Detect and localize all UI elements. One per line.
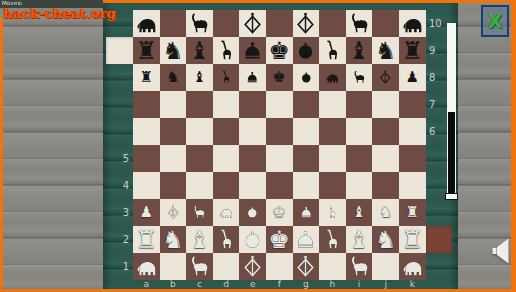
piece-white-elephant <box>401 255 424 278</box>
piece-white-pawn-of-elephants <box>219 205 234 220</box>
speaker-icon <box>492 238 512 264</box>
square-h2[interactable] <box>319 226 346 253</box>
square-f2[interactable]: ♚ <box>266 226 293 253</box>
square-j9[interactable]: ♞ <box>372 37 399 64</box>
square-h8[interactable] <box>319 64 346 91</box>
square-d5[interactable] <box>213 145 240 172</box>
square-a1[interactable] <box>133 253 160 280</box>
square-b1[interactable] <box>160 253 187 280</box>
square-g6[interactable] <box>293 118 320 145</box>
square-a3[interactable]: ♟ <box>133 199 160 226</box>
square-c3[interactable] <box>186 199 213 226</box>
square-k8[interactable]: ♟ <box>399 64 426 91</box>
square-i5[interactable] <box>346 145 373 172</box>
square-c4[interactable] <box>186 172 213 199</box>
square-e10[interactable] <box>239 10 266 37</box>
square-j8[interactable] <box>372 64 399 91</box>
square-e2[interactable] <box>239 226 266 253</box>
piece-white-war-engine <box>241 255 264 278</box>
piece-black-pawn-of-wazirs <box>245 70 260 85</box>
square-k3[interactable]: ♜ <box>399 199 426 226</box>
square-f6[interactable] <box>266 118 293 145</box>
piece-white-pawn-of-giraffes <box>325 205 340 220</box>
square-a6[interactable] <box>133 118 160 145</box>
scrollbar-endcap[interactable] <box>445 193 458 200</box>
square-e6[interactable] <box>239 118 266 145</box>
rank-label-left-1: 1 <box>100 253 129 280</box>
square-e8[interactable] <box>239 64 266 91</box>
square-b7[interactable] <box>160 91 187 118</box>
citadel-right-k2[interactable] <box>426 226 453 253</box>
piece-black-war-engine <box>241 12 264 35</box>
rank-label-left-3: 3 <box>100 199 129 226</box>
square-j4[interactable] <box>372 172 399 199</box>
piece-black-rook: ♜ <box>401 39 423 63</box>
piece-black-pawn-of-knights: ♞ <box>166 70 179 85</box>
rank-label-left-5: 5 <box>100 145 129 172</box>
square-h6[interactable] <box>319 118 346 145</box>
square-d3[interactable] <box>213 199 240 226</box>
square-k10[interactable] <box>399 10 426 37</box>
square-f1[interactable] <box>266 253 293 280</box>
piece-white-pawn-of-rooks: ♜ <box>406 205 419 220</box>
square-d8[interactable] <box>213 64 240 91</box>
piece-white-giraffe <box>321 228 344 251</box>
piece-white-picket: ♝ <box>189 228 211 252</box>
frame-border-right <box>511 0 516 292</box>
square-h9[interactable] <box>319 37 346 64</box>
square-k9[interactable]: ♜ <box>399 37 426 64</box>
square-b2[interactable]: ♞ <box>160 226 187 253</box>
piece-black-camel <box>348 12 371 35</box>
frame-border-left <box>0 18 3 292</box>
rank-label-left-2: 2 <box>100 226 129 253</box>
piece-white-king: ♚ <box>269 228 291 252</box>
frame-border-bottom <box>0 289 516 292</box>
square-a10[interactable] <box>133 10 160 37</box>
piece-white-pawn-of-pawns: ♟ <box>140 205 153 220</box>
square-g3[interactable] <box>293 199 320 226</box>
square-g2[interactable] <box>293 226 320 253</box>
piece-black-picket: ♝ <box>189 39 211 63</box>
square-g5[interactable] <box>293 145 320 172</box>
piece-black-pawn-of-war-engines <box>378 70 393 85</box>
piece-white-knight: ♞ <box>162 228 184 252</box>
square-j5[interactable] <box>372 145 399 172</box>
square-c2[interactable]: ♝ <box>186 226 213 253</box>
square-i2[interactable]: ♝ <box>346 226 373 253</box>
piece-black-picket: ♝ <box>348 39 370 63</box>
square-e7[interactable] <box>239 91 266 118</box>
square-c6[interactable] <box>186 118 213 145</box>
square-i4[interactable] <box>346 172 373 199</box>
piece-white-wazir <box>294 228 317 251</box>
square-g4[interactable] <box>293 172 320 199</box>
piece-black-pawn-of-pickets: ♝ <box>193 70 206 85</box>
square-f9[interactable]: ♚ <box>266 37 293 64</box>
piece-white-rook: ♜ <box>401 228 423 252</box>
piece-white-knight: ♞ <box>375 228 397 252</box>
square-h3[interactable] <box>319 199 346 226</box>
piece-black-knight: ♞ <box>162 39 184 63</box>
square-a7[interactable] <box>133 91 160 118</box>
piece-black-general <box>294 39 317 62</box>
piece-black-rook: ♜ <box>136 39 158 63</box>
piece-black-king: ♚ <box>269 39 291 63</box>
square-h4[interactable] <box>319 172 346 199</box>
square-d6[interactable] <box>213 118 240 145</box>
square-b5[interactable] <box>160 145 187 172</box>
piece-white-rook: ♜ <box>136 228 158 252</box>
square-h1[interactable] <box>319 253 346 280</box>
square-j6[interactable] <box>372 118 399 145</box>
square-j7[interactable] <box>372 91 399 118</box>
piece-white-pawn-of-kings: ♚ <box>273 205 286 220</box>
volume-button[interactable] <box>492 238 512 264</box>
square-g7[interactable] <box>293 91 320 118</box>
piece-white-pawn-of-generals <box>245 205 260 220</box>
square-e9[interactable] <box>239 37 266 64</box>
piece-white-pawn-of-war-engines <box>166 205 181 220</box>
square-i6[interactable] <box>346 118 373 145</box>
piece-black-pawn-of-rooks: ♜ <box>140 70 153 85</box>
square-d9[interactable] <box>213 37 240 64</box>
square-j10[interactable] <box>372 10 399 37</box>
piece-white-camel <box>188 255 211 278</box>
square-b4[interactable] <box>160 172 187 199</box>
square-i7[interactable] <box>346 91 373 118</box>
square-j3[interactable]: ♞ <box>372 199 399 226</box>
piece-black-pawn-of-elephants <box>325 70 340 85</box>
square-c10[interactable] <box>186 10 213 37</box>
piece-black-elephant <box>135 12 158 35</box>
square-c9[interactable]: ♝ <box>186 37 213 64</box>
close-button[interactable]: X <box>481 5 509 37</box>
square-a9[interactable]: ♜ <box>133 37 160 64</box>
piece-black-pawn-of-camels <box>352 70 367 85</box>
square-f7[interactable] <box>266 91 293 118</box>
square-k1[interactable] <box>399 253 426 280</box>
piece-black-giraffe <box>215 39 238 62</box>
piece-white-pawn-of-pickets: ♝ <box>352 205 365 220</box>
piece-white-pawn-of-knights: ♞ <box>379 205 392 220</box>
square-c8[interactable]: ♝ <box>186 64 213 91</box>
square-h10[interactable] <box>319 10 346 37</box>
square-c1[interactable] <box>186 253 213 280</box>
square-b9[interactable]: ♞ <box>160 37 187 64</box>
square-b10[interactable] <box>160 10 187 37</box>
app-root: { "game": "Tamerlane Chess", "board_desc… <box>0 0 516 292</box>
square-h5[interactable] <box>319 145 346 172</box>
citadel-left-a9[interactable] <box>106 37 133 64</box>
square-i1[interactable] <box>346 253 373 280</box>
square-e1[interactable] <box>239 253 266 280</box>
square-k2[interactable]: ♜ <box>399 226 426 253</box>
piece-black-knight: ♞ <box>375 39 397 63</box>
square-g1[interactable] <box>293 253 320 280</box>
watermark-text: hack-cheat.org <box>3 6 116 21</box>
piece-black-camel <box>188 12 211 35</box>
piece-white-giraffe <box>215 228 238 251</box>
close-button-label: X <box>488 10 503 32</box>
square-d7[interactable] <box>213 91 240 118</box>
square-b3[interactable] <box>160 199 187 226</box>
piece-black-giraffe <box>321 39 344 62</box>
square-e5[interactable] <box>239 145 266 172</box>
square-f4[interactable] <box>266 172 293 199</box>
square-f5[interactable] <box>266 145 293 172</box>
square-k5[interactable] <box>399 145 426 172</box>
piece-black-war-engine <box>294 12 317 35</box>
square-g10[interactable] <box>293 10 320 37</box>
square-h7[interactable] <box>319 91 346 118</box>
square-d4[interactable] <box>213 172 240 199</box>
piece-white-pawn-of-wazirs <box>299 205 314 220</box>
rank-label-left-4: 4 <box>100 172 129 199</box>
board: ♜♞♝♚♝♞♜♜♞♝♚♟♟♚♝♞♜♜♞♝♚♝♞♜ <box>133 10 426 280</box>
piece-black-pawn-of-giraffes <box>219 70 234 85</box>
square-k4[interactable] <box>399 172 426 199</box>
piece-black-pawn-of-pawns: ♟ <box>406 70 419 85</box>
square-k6[interactable] <box>399 118 426 145</box>
piece-white-picket: ♝ <box>348 228 370 252</box>
piece-black-wazir <box>241 39 264 62</box>
square-a4[interactable] <box>133 172 160 199</box>
square-e4[interactable] <box>239 172 266 199</box>
square-i3[interactable]: ♝ <box>346 199 373 226</box>
piece-white-pawn-of-camels <box>192 205 207 220</box>
square-j2[interactable]: ♞ <box>372 226 399 253</box>
square-f3[interactable]: ♚ <box>266 199 293 226</box>
square-f10[interactable] <box>266 10 293 37</box>
square-g8[interactable] <box>293 64 320 91</box>
square-d1[interactable] <box>213 253 240 280</box>
piece-white-war-engine <box>294 255 317 278</box>
square-j1[interactable] <box>372 253 399 280</box>
piece-black-elephant <box>401 12 424 35</box>
square-b6[interactable] <box>160 118 187 145</box>
piece-white-elephant <box>135 255 158 278</box>
square-f8[interactable]: ♚ <box>266 64 293 91</box>
piece-black-pawn-of-generals <box>299 70 314 85</box>
square-c7[interactable] <box>186 91 213 118</box>
square-a8[interactable]: ♜ <box>133 64 160 91</box>
piece-white-general <box>241 228 264 251</box>
piece-white-camel <box>348 255 371 278</box>
square-b8[interactable]: ♞ <box>160 64 187 91</box>
square-g9[interactable] <box>293 37 320 64</box>
square-d10[interactable] <box>213 10 240 37</box>
square-i8[interactable] <box>346 64 373 91</box>
square-a2[interactable]: ♜ <box>133 226 160 253</box>
scrollbar-thumb[interactable] <box>448 112 455 194</box>
square-c5[interactable] <box>186 145 213 172</box>
square-i10[interactable] <box>346 10 373 37</box>
piece-black-pawn-of-kings: ♚ <box>273 70 286 85</box>
square-i9[interactable]: ♝ <box>346 37 373 64</box>
square-e3[interactable] <box>239 199 266 226</box>
square-a5[interactable] <box>133 145 160 172</box>
square-k7[interactable] <box>399 91 426 118</box>
square-d2[interactable] <box>213 226 240 253</box>
